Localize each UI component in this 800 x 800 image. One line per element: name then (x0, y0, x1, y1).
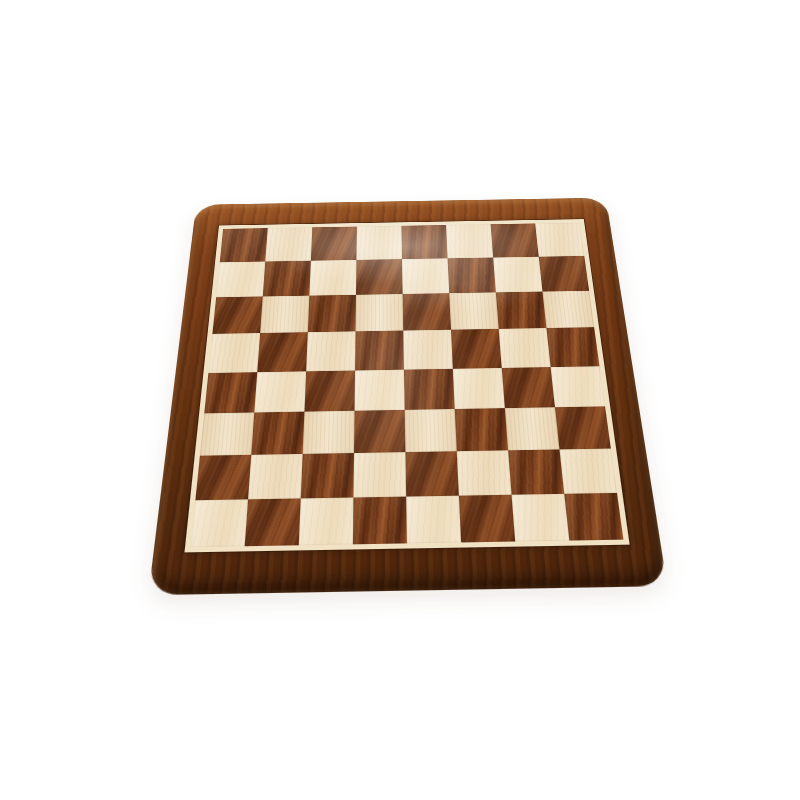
square-e2 (405, 451, 458, 496)
square-b8 (265, 227, 312, 261)
square-h1 (564, 493, 623, 541)
square-a2 (195, 455, 251, 501)
square-e5 (403, 330, 453, 369)
square-c6 (308, 295, 356, 332)
square-d1 (353, 496, 407, 544)
square-h3 (555, 406, 611, 449)
square-g4 (502, 367, 555, 408)
square-g1 (512, 494, 570, 542)
square-f3 (455, 408, 508, 451)
square-d7 (356, 259, 403, 295)
square-b6 (260, 296, 309, 334)
square-d8 (356, 226, 402, 260)
square-b4 (254, 371, 306, 412)
chessboard-grid (191, 223, 624, 548)
square-c5 (306, 332, 355, 371)
square-b2 (248, 454, 303, 500)
square-c8 (311, 227, 357, 261)
square-g3 (505, 407, 560, 450)
square-h8 (535, 223, 584, 257)
square-a5 (208, 333, 260, 372)
square-f6 (449, 293, 498, 330)
square-a7 (216, 262, 265, 298)
photo-background (0, 0, 800, 800)
square-f7 (448, 258, 496, 294)
square-f2 (457, 450, 512, 495)
square-e4 (404, 368, 455, 409)
square-d2 (353, 452, 406, 497)
square-c1 (299, 497, 354, 545)
square-c3 (303, 410, 355, 453)
square-c7 (309, 260, 356, 296)
square-h4 (551, 366, 605, 407)
square-a3 (200, 412, 254, 455)
square-a4 (204, 372, 257, 413)
square-e7 (402, 258, 449, 294)
square-h5 (546, 327, 599, 366)
square-f5 (451, 329, 502, 368)
square-b1 (245, 498, 301, 546)
square-e1 (406, 496, 461, 544)
square-b5 (257, 332, 308, 371)
square-a8 (220, 228, 268, 262)
square-g8 (491, 223, 539, 257)
square-d4 (355, 369, 405, 410)
square-c2 (301, 453, 354, 499)
square-g2 (508, 449, 564, 494)
square-d5 (355, 331, 404, 370)
square-e6 (403, 293, 451, 330)
square-c4 (304, 370, 355, 411)
square-f1 (459, 495, 515, 543)
square-g7 (493, 257, 542, 293)
square-f8 (446, 224, 493, 258)
square-f4 (453, 368, 505, 409)
chessboard-inner-border (184, 219, 629, 552)
chessboard (0, 0, 800, 800)
square-h7 (539, 256, 589, 292)
square-b3 (251, 411, 304, 454)
square-a1 (191, 499, 249, 547)
square-d6 (356, 294, 404, 331)
square-h6 (543, 291, 595, 328)
square-h2 (559, 448, 616, 493)
square-g6 (496, 292, 547, 329)
square-g5 (499, 328, 551, 367)
square-d3 (354, 410, 405, 453)
square-e3 (405, 409, 457, 452)
square-a6 (212, 297, 262, 335)
square-b7 (263, 261, 311, 297)
chessboard-frame (148, 198, 667, 596)
square-e8 (401, 225, 447, 259)
